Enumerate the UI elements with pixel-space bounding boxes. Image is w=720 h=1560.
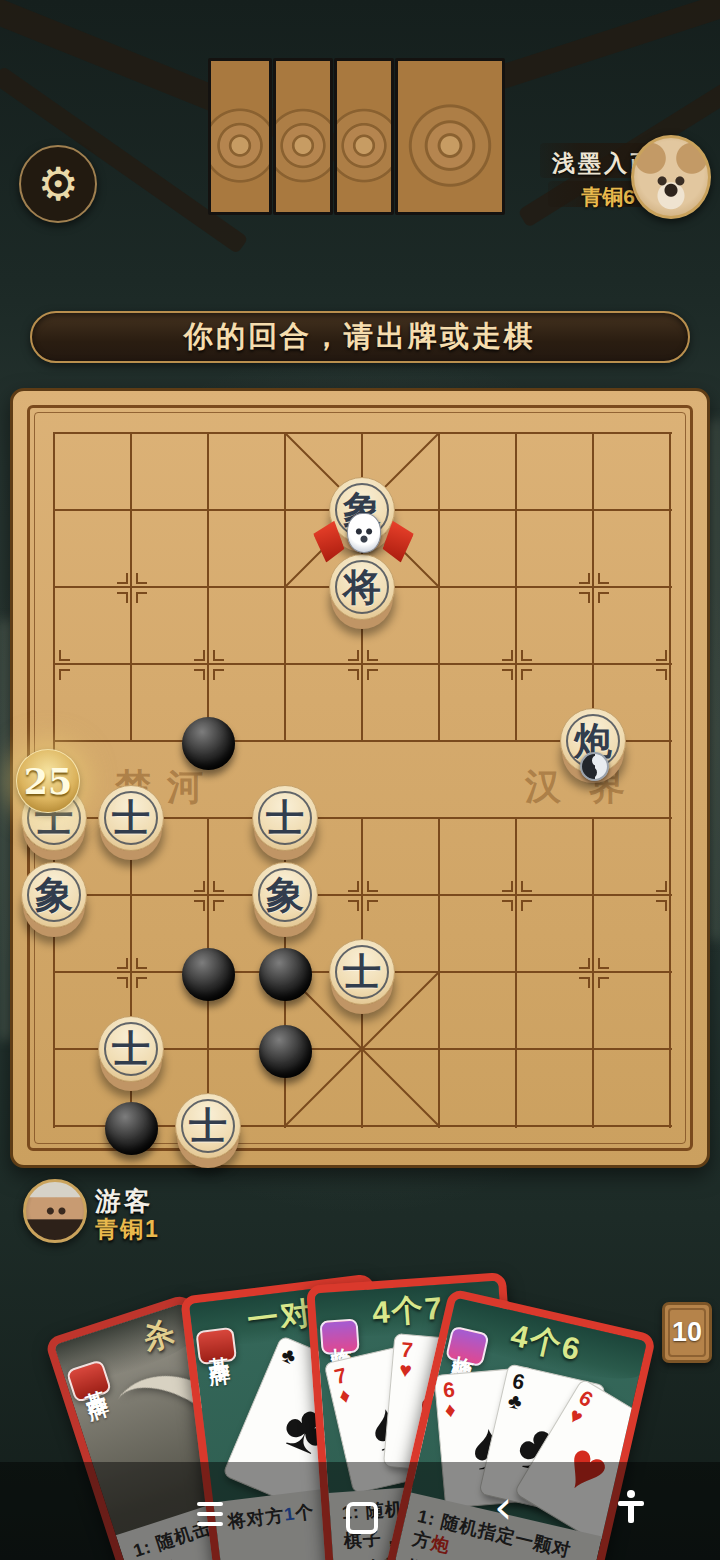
card-title: 杀 [138, 1311, 182, 1361]
deck-count-badge: 10 [662, 1302, 712, 1363]
position-marker [117, 977, 128, 988]
opponent-card-back [395, 58, 505, 215]
position-marker [579, 977, 590, 988]
opponent-hand [208, 58, 508, 215]
piece-士[interactable]: 士 [98, 785, 164, 851]
grid-line-v [515, 432, 517, 742]
position-marker [367, 900, 378, 911]
position-marker [521, 900, 532, 911]
position-marker [656, 881, 667, 892]
grid-line-h [54, 663, 672, 665]
piece-士[interactable]: 士 [329, 939, 395, 1005]
card-title: 4个7 [371, 1288, 445, 1335]
position-marker [579, 958, 590, 969]
position-marker [598, 573, 609, 584]
black-stone[interactable] [182, 948, 235, 1001]
position-marker [656, 650, 667, 661]
position-marker [348, 650, 359, 661]
yinyang-badge-icon [580, 752, 609, 781]
position-marker [579, 573, 590, 584]
position-marker [579, 592, 590, 603]
deck-count-value: 10 [672, 1317, 702, 1348]
piece-glyph: 象 [35, 870, 73, 921]
turn-timer-badge: 25 [16, 749, 80, 813]
position-marker [502, 669, 513, 680]
grid-line-v [130, 432, 132, 742]
piece-象[interactable]: 象 [252, 862, 318, 928]
mini-card-index: ♣ [279, 1344, 299, 1368]
grid-line-v [515, 817, 517, 1128]
piece-glyph: 士 [266, 793, 304, 844]
turn-banner-text: 你的回合，请出牌或走棋 [184, 317, 536, 357]
position-marker [502, 650, 513, 661]
accessibility-icon[interactable] [617, 1490, 645, 1524]
position-marker [136, 573, 147, 584]
position-marker [348, 900, 359, 911]
position-marker [656, 900, 667, 911]
gear-icon: ⚙ [37, 161, 78, 207]
position-marker [598, 592, 609, 603]
position-marker [656, 669, 667, 680]
position-marker [348, 881, 359, 892]
position-marker [367, 669, 378, 680]
position-marker [117, 573, 128, 584]
turn-timer-value: 25 [24, 761, 73, 802]
recents-icon[interactable] [197, 1502, 223, 1526]
grid-line-v [438, 432, 440, 742]
position-marker [213, 881, 224, 892]
card-title: 一对 [245, 1292, 316, 1342]
black-stone[interactable] [182, 717, 235, 770]
piece-象[interactable]: 象 [21, 862, 87, 928]
opponent-card-back [273, 58, 333, 215]
position-marker [59, 650, 70, 661]
position-marker [194, 650, 205, 661]
xiangqi-board[interactable]: 楚河 汉界 25 象将炮士士士象象士士士 [10, 388, 710, 1168]
position-marker [598, 977, 609, 988]
lion-crest-icon [347, 513, 381, 553]
grid-line-v [592, 432, 594, 742]
position-marker [136, 958, 147, 969]
black-stone[interactable] [259, 1025, 312, 1078]
position-marker [213, 650, 224, 661]
position-marker [117, 958, 128, 969]
position-marker [117, 592, 128, 603]
position-marker [136, 592, 147, 603]
piece-glyph: 象 [266, 870, 304, 921]
opponent-avatar[interactable] [631, 135, 711, 219]
grid-line-h [54, 432, 672, 434]
home-icon[interactable] [346, 1502, 378, 1534]
grid-line-v [207, 432, 209, 742]
position-marker [348, 669, 359, 680]
piece-士[interactable]: 士 [175, 1093, 241, 1159]
position-marker [194, 900, 205, 911]
position-marker [59, 669, 70, 680]
grid-line-v [438, 817, 440, 1128]
piece-glyph: 士 [112, 1024, 150, 1075]
position-marker [502, 900, 513, 911]
position-marker [521, 669, 532, 680]
position-marker [367, 881, 378, 892]
position-marker [502, 881, 513, 892]
position-marker [213, 900, 224, 911]
settings-button[interactable]: ⚙ [19, 145, 97, 223]
piece-将[interactable]: 将 [329, 554, 395, 620]
position-marker [194, 881, 205, 892]
player-rank: 青铜1 [95, 1214, 160, 1245]
card-title: 4个6 [507, 1315, 586, 1372]
piece-glyph: 士 [189, 1101, 227, 1152]
black-stone[interactable] [259, 948, 312, 1001]
position-marker [598, 958, 609, 969]
position-marker [521, 881, 532, 892]
game-screen: ⚙ 浅墨入画 青铜6 你的回合，请出牌或走棋 楚河 汉界 25 象将炮士士士象象… [0, 0, 720, 1560]
grid-line-v [592, 817, 594, 1128]
piece-glyph: 将 [343, 562, 381, 613]
back-icon[interactable]: ‹ [494, 1484, 512, 1530]
turn-banner: 你的回合，请出牌或走棋 [30, 311, 690, 363]
piece-glyph: 士 [343, 947, 381, 998]
position-marker [521, 650, 532, 661]
black-stone[interactable] [105, 1102, 158, 1155]
piece-士[interactable]: 士 [98, 1016, 164, 1082]
position-marker [367, 650, 378, 661]
position-marker [136, 977, 147, 988]
grid-line-v [669, 432, 671, 1128]
position-marker [213, 669, 224, 680]
player-avatar[interactable] [23, 1179, 87, 1243]
grid-line-h [54, 894, 672, 896]
piece-glyph: 士 [112, 793, 150, 844]
position-marker [194, 669, 205, 680]
opponent-card-back [334, 58, 394, 215]
opponent-card-back [208, 58, 272, 215]
piece-士[interactable]: 士 [252, 785, 318, 851]
grid-line-v [284, 432, 286, 742]
